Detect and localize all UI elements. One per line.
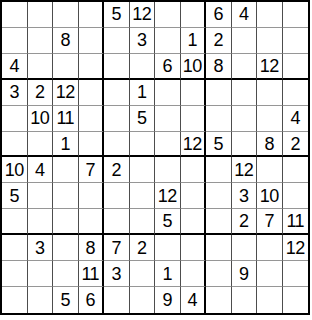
cell-r10c3[interactable] [53,235,79,261]
cell-r3c12[interactable] [283,54,309,80]
cell-r6c1[interactable] [2,132,28,158]
cell-r7c1: 10 [2,157,28,183]
cell-r12c5[interactable] [104,287,130,313]
cell-r5c6: 5 [130,106,156,132]
cell-r9c2[interactable] [28,209,54,235]
cell-r4c6: 1 [130,80,156,106]
cell-r8c12[interactable] [283,183,309,209]
cell-r8c10: 3 [232,183,258,209]
cell-r12c10[interactable] [232,287,258,313]
cell-r1c12[interactable] [283,2,309,28]
cell-r11c2[interactable] [28,261,54,287]
cell-r3c7: 6 [155,54,181,80]
cell-r8c1: 5 [2,183,28,209]
cell-r11c8[interactable] [181,261,207,287]
cell-r11c10: 9 [232,261,258,287]
cell-r10c5: 7 [104,235,130,261]
cell-r2c9: 2 [206,28,232,54]
cell-r11c4: 11 [79,261,105,287]
cell-r6c3: 1 [53,132,79,158]
cell-r12c8: 4 [181,287,207,313]
cell-r12c3: 5 [53,287,79,313]
cell-r10c1[interactable] [2,235,28,261]
cell-r12c2[interactable] [28,287,54,313]
cell-r4c9[interactable] [206,80,232,106]
cell-r7c7[interactable] [155,157,181,183]
cell-r2c1[interactable] [2,28,28,54]
cell-r4c8[interactable] [181,80,207,106]
cell-r9c4[interactable] [79,209,105,235]
cell-r11c1[interactable] [2,261,28,287]
cell-r5c9[interactable] [206,106,232,132]
cell-r11c11[interactable] [257,261,283,287]
cell-r2c8: 1 [181,28,207,54]
cell-r1c5: 5 [104,2,130,28]
cell-r4c7[interactable] [155,80,181,106]
cell-r2c11[interactable] [257,28,283,54]
cell-r5c12: 4 [283,106,309,132]
sudoku-board: 5126483124610812321211011541125821047212… [0,0,310,315]
cell-r6c11: 8 [257,132,283,158]
cell-r2c6: 3 [130,28,156,54]
cell-r3c2[interactable] [28,54,54,80]
cell-r10c4: 8 [79,235,105,261]
cell-r2c12[interactable] [283,28,309,54]
cell-r7c11[interactable] [257,157,283,183]
cell-r8c2[interactable] [28,183,54,209]
cell-r3c11: 12 [257,54,283,80]
cell-r5c11[interactable] [257,106,283,132]
cell-r4c12[interactable] [283,80,309,106]
cell-r11c6[interactable] [130,261,156,287]
cell-r1c1[interactable] [2,2,28,28]
cell-r11c3[interactable] [53,261,79,287]
cell-r3c5[interactable] [104,54,130,80]
cell-r1c8[interactable] [181,2,207,28]
cell-r6c2[interactable] [28,132,54,158]
cell-r9c8[interactable] [181,209,207,235]
cell-r1c2[interactable] [28,2,54,28]
cell-r6c9: 5 [206,132,232,158]
cell-r5c2: 10 [28,106,54,132]
cell-r4c10[interactable] [232,80,258,106]
cell-r9c7: 5 [155,209,181,235]
cell-r9c1[interactable] [2,209,28,235]
cell-r1c6: 12 [130,2,156,28]
cell-r12c6[interactable] [130,287,156,313]
cell-r12c11[interactable] [257,287,283,313]
cell-r8c7: 12 [155,183,181,209]
cell-r3c3[interactable] [53,54,79,80]
cell-r6c7[interactable] [155,132,181,158]
cell-r6c10[interactable] [232,132,258,158]
cell-r2c4[interactable] [79,28,105,54]
cell-r7c2: 4 [28,157,54,183]
cell-r6c4[interactable] [79,132,105,158]
cell-r10c8[interactable] [181,235,207,261]
cell-r7c12[interactable] [283,157,309,183]
cell-r1c11[interactable] [257,2,283,28]
cell-r4c4[interactable] [79,80,105,106]
cell-r5c3: 11 [53,106,79,132]
cell-r1c9: 6 [206,2,232,28]
cell-r10c12: 12 [283,235,309,261]
cell-r10c11[interactable] [257,235,283,261]
cell-r7c3[interactable] [53,157,79,183]
cell-r9c11: 7 [257,209,283,235]
cell-r7c10: 12 [232,157,258,183]
cell-r3c4[interactable] [79,54,105,80]
cell-r8c5[interactable] [104,183,130,209]
cell-r9c9[interactable] [206,209,232,235]
cell-r2c3: 8 [53,28,79,54]
cell-r3c10[interactable] [232,54,258,80]
cell-r2c5[interactable] [104,28,130,54]
cell-r7c8[interactable] [181,157,207,183]
cell-r12c1[interactable] [2,287,28,313]
cell-r8c3[interactable] [53,183,79,209]
cell-r11c12[interactable] [283,261,309,287]
cell-r11c5: 3 [104,261,130,287]
cell-r6c12: 2 [283,132,309,158]
cell-r12c12[interactable] [283,287,309,313]
sudoku-page: 5126483124610812321211011541125821047212… [0,0,312,320]
cell-r4c3: 12 [53,80,79,106]
cell-r12c9[interactable] [206,287,232,313]
cell-r9c10: 2 [232,209,258,235]
cell-r3c6[interactable] [130,54,156,80]
cell-r1c4[interactable] [79,2,105,28]
cell-r2c2[interactable] [28,28,54,54]
cell-r6c6[interactable] [130,132,156,158]
cell-r4c11[interactable] [257,80,283,106]
cell-r10c7[interactable] [155,235,181,261]
cell-r7c4: 7 [79,157,105,183]
cell-r9c5[interactable] [104,209,130,235]
cell-r10c2: 3 [28,235,54,261]
cell-r1c7[interactable] [155,2,181,28]
cell-r1c10: 4 [232,2,258,28]
cell-r1c3[interactable] [53,2,79,28]
cell-r7c9[interactable] [206,157,232,183]
cell-r2c7[interactable] [155,28,181,54]
cell-r12c4: 6 [79,287,105,313]
cell-r5c8[interactable] [181,106,207,132]
cell-r9c12: 11 [283,209,309,235]
cell-r3c1: 4 [2,54,28,80]
cell-r11c7: 1 [155,261,181,287]
cell-r9c3[interactable] [53,209,79,235]
cell-r8c8[interactable] [181,183,207,209]
cell-r9c6[interactable] [130,209,156,235]
cell-r10c6: 2 [130,235,156,261]
cell-r5c10[interactable] [232,106,258,132]
cell-r10c9[interactable] [206,235,232,261]
cell-r5c5[interactable] [104,106,130,132]
cell-r4c2: 2 [28,80,54,106]
cell-r2c10[interactable] [232,28,258,54]
cell-r10c10[interactable] [232,235,258,261]
cell-r8c6[interactable] [130,183,156,209]
cell-r4c1: 3 [2,80,28,106]
cell-r6c8: 12 [181,132,207,158]
cell-r11c9[interactable] [206,261,232,287]
cell-r3c8: 10 [181,54,207,80]
cell-r7c5: 2 [104,157,130,183]
cell-r6c5[interactable] [104,132,130,158]
cell-r8c9[interactable] [206,183,232,209]
cell-r8c4[interactable] [79,183,105,209]
cell-r12c7: 9 [155,287,181,313]
cell-r5c1[interactable] [2,106,28,132]
cell-r5c4[interactable] [79,106,105,132]
cell-r4c5[interactable] [104,80,130,106]
cell-r7c6[interactable] [130,157,156,183]
cell-r3c9: 8 [206,54,232,80]
cell-r5c7[interactable] [155,106,181,132]
cell-r8c11: 10 [257,183,283,209]
